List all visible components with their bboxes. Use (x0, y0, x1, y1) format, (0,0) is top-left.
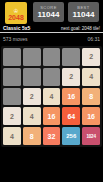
tile-4: 4 (3, 127, 21, 145)
tile-16: 16 (43, 107, 61, 125)
header: ♔ 2048 SCORE 11044 BEST 11044 (0, 0, 103, 24)
tile-32: 32 (43, 127, 61, 145)
moves-counter: 573 moves (3, 36, 27, 42)
empty-cell (23, 48, 41, 66)
tile-16: 16 (62, 88, 80, 106)
game-board[interactable]: 224241682416641648322561024 (1, 46, 102, 147)
sub-header: Classic 5x5 next goal: 2048 tile! (0, 25, 103, 32)
tile-8: 8 (82, 88, 100, 106)
tile-256: 256 (62, 127, 80, 145)
empty-cell (23, 68, 41, 86)
empty-cell (3, 48, 21, 66)
game-mode-label: Classic 5x5 (3, 25, 30, 32)
tile-4: 4 (23, 107, 41, 125)
empty-cell (43, 48, 61, 66)
tile-2: 2 (62, 68, 80, 86)
footer-area (0, 148, 103, 182)
empty-cell (3, 88, 21, 106)
tile-4: 4 (43, 88, 61, 106)
logo-text: 2048 (8, 14, 24, 22)
tile-64: 64 (62, 107, 80, 125)
stats-row: 573 moves 06:31 (0, 35, 103, 43)
empty-cell (43, 68, 61, 86)
empty-cell (62, 48, 80, 66)
game-timer: 06:31 (87, 36, 100, 42)
empty-cell (3, 68, 21, 86)
best-box: BEST 11044 (68, 2, 99, 22)
tile-8: 8 (23, 127, 41, 145)
tile-2: 2 (23, 88, 41, 106)
best-value: 11044 (73, 10, 95, 19)
tile-2: 2 (3, 107, 21, 125)
tile-1024: 1024 (82, 127, 100, 145)
tile-2: 2 (82, 48, 100, 66)
tile-16: 16 (82, 107, 100, 125)
tile-4: 4 (82, 68, 100, 86)
score-box: SCORE 11044 (33, 2, 64, 22)
app-logo[interactable]: ♔ 2048 (5, 2, 27, 24)
divider (0, 32, 103, 33)
score-value: 11044 (38, 10, 60, 19)
